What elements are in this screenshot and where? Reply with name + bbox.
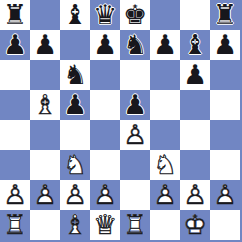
piece-white-knight[interactable]: ♘ [60, 150, 90, 180]
piece-black-knight[interactable]: ♞ [60, 60, 90, 90]
piece-black-pawn[interactable]: ♟ [120, 90, 150, 120]
piece-white-pawn-fill: ♟ [180, 180, 210, 210]
square-h2[interactable]: ♟♙ [210, 180, 240, 210]
piece-white-pawn[interactable]: ♙ [90, 180, 120, 210]
piece-white-pawn[interactable]: ♙ [60, 180, 90, 210]
square-c7[interactable] [60, 30, 90, 60]
square-b3[interactable] [30, 150, 60, 180]
piece-white-pawn[interactable]: ♙ [0, 180, 30, 210]
square-d6[interactable] [90, 60, 120, 90]
square-h1[interactable] [210, 210, 240, 240]
square-g5[interactable] [180, 90, 210, 120]
square-h6[interactable] [210, 60, 240, 90]
piece-black-knight[interactable]: ♞ [120, 30, 150, 60]
piece-white-rook[interactable]: ♖ [120, 210, 150, 240]
square-d3[interactable] [90, 150, 120, 180]
square-c1[interactable]: ♝♗ [60, 210, 90, 240]
piece-white-queen[interactable]: ♕ [90, 210, 120, 240]
piece-black-rook[interactable]: ♜ [0, 0, 30, 30]
piece-white-pawn[interactable]: ♙ [120, 120, 150, 150]
square-a1[interactable]: ♜♖ [0, 210, 30, 240]
square-g4[interactable] [180, 120, 210, 150]
square-d2[interactable]: ♟♙ [90, 180, 120, 210]
chess-board: ♜♝♛♚♜♟♟♟♞♟♝♟♞♟♝♗♟♟♟♙♞♘♞♘♟♙♟♙♟♙♟♙♟♙♟♙♟♙♜♖… [0, 0, 242, 242]
piece-white-pawn[interactable]: ♙ [180, 180, 210, 210]
piece-white-pawn[interactable]: ♙ [210, 180, 240, 210]
piece-black-bishop[interactable]: ♝ [180, 30, 210, 60]
piece-white-queen-fill: ♛ [90, 210, 120, 240]
piece-white-king-fill: ♚ [180, 210, 210, 240]
square-e7[interactable]: ♞ [120, 30, 150, 60]
square-b8[interactable] [30, 0, 60, 30]
square-f1[interactable] [150, 210, 180, 240]
piece-white-knight-fill: ♞ [60, 150, 90, 180]
square-f3[interactable]: ♞♘ [150, 150, 180, 180]
square-d1[interactable]: ♛♕ [90, 210, 120, 240]
square-d4[interactable] [90, 120, 120, 150]
piece-white-knight-fill: ♞ [150, 150, 180, 180]
square-g7[interactable]: ♝ [180, 30, 210, 60]
piece-white-pawn-fill: ♟ [120, 120, 150, 150]
square-b2[interactable]: ♟♙ [30, 180, 60, 210]
piece-white-rook-fill: ♜ [120, 210, 150, 240]
square-c3[interactable]: ♞♘ [60, 150, 90, 180]
square-a6[interactable] [0, 60, 30, 90]
piece-white-pawn-fill: ♟ [60, 180, 90, 210]
piece-white-pawn-fill: ♟ [0, 180, 30, 210]
piece-black-rook[interactable]: ♜ [210, 0, 240, 30]
piece-black-pawn[interactable]: ♟ [0, 30, 30, 60]
square-e6[interactable] [120, 60, 150, 90]
square-b7[interactable]: ♟ [30, 30, 60, 60]
piece-white-pawn-fill: ♟ [90, 180, 120, 210]
piece-black-pawn[interactable]: ♟ [150, 30, 180, 60]
square-d5[interactable] [90, 90, 120, 120]
square-f7[interactable]: ♟ [150, 30, 180, 60]
piece-white-bishop[interactable]: ♗ [60, 210, 90, 240]
square-c2[interactable]: ♟♙ [60, 180, 90, 210]
square-g2[interactable]: ♟♙ [180, 180, 210, 210]
piece-white-pawn-fill: ♟ [210, 180, 240, 210]
piece-white-pawn[interactable]: ♙ [30, 180, 60, 210]
square-a7[interactable]: ♟ [0, 30, 30, 60]
piece-white-king[interactable]: ♔ [180, 210, 210, 240]
piece-white-bishop-fill: ♝ [30, 90, 60, 120]
piece-black-pawn[interactable]: ♟ [30, 30, 60, 60]
square-f4[interactable] [150, 120, 180, 150]
piece-white-rook-fill: ♜ [0, 210, 30, 240]
square-e5[interactable]: ♟ [120, 90, 150, 120]
piece-black-bishop[interactable]: ♝ [60, 0, 90, 30]
square-g8[interactable] [180, 0, 210, 30]
square-a2[interactable]: ♟♙ [0, 180, 30, 210]
square-c8[interactable]: ♝ [60, 0, 90, 30]
square-e3[interactable] [120, 150, 150, 180]
square-h7[interactable]: ♟ [210, 30, 240, 60]
square-a4[interactable] [0, 120, 30, 150]
square-f6[interactable] [150, 60, 180, 90]
square-a5[interactable] [0, 90, 30, 120]
square-h4[interactable] [210, 120, 240, 150]
square-a8[interactable]: ♜ [0, 0, 30, 30]
square-b4[interactable] [30, 120, 60, 150]
square-d7[interactable]: ♟ [90, 30, 120, 60]
piece-white-pawn-fill: ♟ [150, 180, 180, 210]
square-g1[interactable]: ♚♔ [180, 210, 210, 240]
square-e1[interactable]: ♜♖ [120, 210, 150, 240]
piece-black-pawn[interactable]: ♟ [210, 30, 240, 60]
piece-white-bishop[interactable]: ♗ [30, 90, 60, 120]
square-h5[interactable] [210, 90, 240, 120]
square-f8[interactable] [150, 0, 180, 30]
square-g3[interactable] [180, 150, 210, 180]
piece-white-rook[interactable]: ♖ [0, 210, 30, 240]
piece-white-knight[interactable]: ♘ [150, 150, 180, 180]
piece-black-pawn[interactable]: ♟ [60, 90, 90, 120]
piece-white-pawn[interactable]: ♙ [150, 180, 180, 210]
piece-black-pawn[interactable]: ♟ [90, 30, 120, 60]
square-e2[interactable] [120, 180, 150, 210]
piece-white-pawn-fill: ♟ [30, 180, 60, 210]
square-g6[interactable]: ♟ [180, 60, 210, 90]
square-c6[interactable]: ♞ [60, 60, 90, 90]
square-e8[interactable]: ♚ [120, 0, 150, 30]
square-c4[interactable] [60, 120, 90, 150]
piece-black-king[interactable]: ♚ [120, 0, 150, 30]
square-h3[interactable] [210, 150, 240, 180]
square-h8[interactable]: ♜ [210, 0, 240, 30]
square-e4[interactable]: ♟♙ [120, 120, 150, 150]
square-a3[interactable] [0, 150, 30, 180]
square-b5[interactable]: ♝♗ [30, 90, 60, 120]
square-c5[interactable]: ♟ [60, 90, 90, 120]
square-f2[interactable]: ♟♙ [150, 180, 180, 210]
square-f5[interactable] [150, 90, 180, 120]
square-d8[interactable]: ♛ [90, 0, 120, 30]
piece-white-bishop-fill: ♝ [60, 210, 90, 240]
square-b6[interactable] [30, 60, 60, 90]
piece-black-pawn[interactable]: ♟ [180, 60, 210, 90]
piece-black-queen[interactable]: ♛ [90, 0, 120, 30]
square-b1[interactable] [30, 210, 60, 240]
